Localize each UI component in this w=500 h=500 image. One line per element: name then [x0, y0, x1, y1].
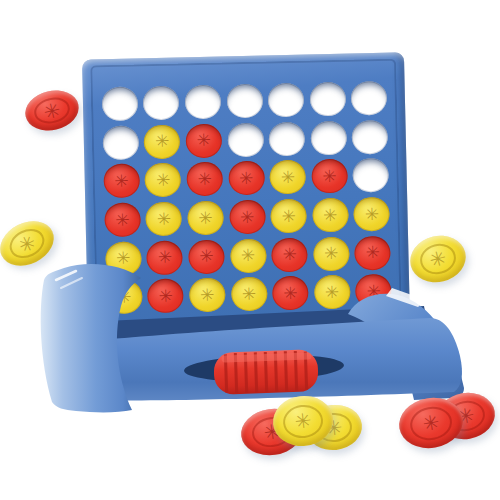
connect-four-product-photo: [0, 0, 500, 500]
slider-handle[interactable]: [213, 349, 318, 395]
